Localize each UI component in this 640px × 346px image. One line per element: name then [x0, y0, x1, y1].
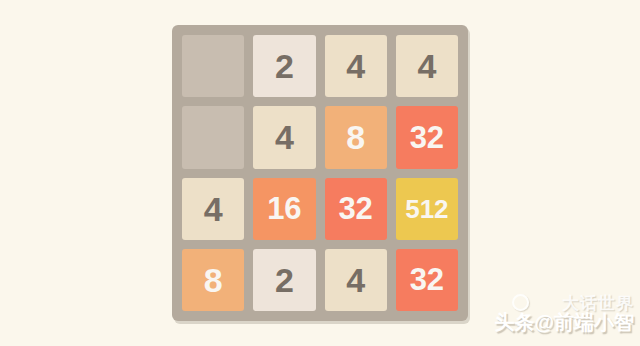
2048-board[interactable]: 24448324163251282432 — [172, 25, 468, 321]
tile-4: 4 — [253, 106, 315, 168]
tile-512: 512 — [396, 178, 458, 240]
empty-cell — [182, 35, 244, 97]
tile-32: 32 — [396, 249, 458, 311]
tile-4: 4 — [325, 35, 387, 97]
tile-4: 4 — [325, 249, 387, 311]
watermark-faint-text: 大话世界 — [562, 292, 634, 315]
watermark-logo-icon — [512, 294, 529, 311]
empty-cell — [182, 106, 244, 168]
game-screen: 24448324163251282432 大话世界 头条@前端小智 — [0, 0, 640, 346]
watermark: 大话世界 头条@前端小智 — [486, 292, 636, 338]
tile-4: 4 — [182, 178, 244, 240]
tile-32: 32 — [396, 106, 458, 168]
board-grid: 24448324163251282432 — [182, 35, 458, 311]
tile-8: 8 — [182, 249, 244, 311]
tile-2: 2 — [253, 249, 315, 311]
tile-2: 2 — [253, 35, 315, 97]
watermark-main-text: 头条@前端小智 — [494, 309, 634, 336]
tile-32: 32 — [325, 178, 387, 240]
tile-4: 4 — [396, 35, 458, 97]
tile-8: 8 — [325, 106, 387, 168]
tile-16: 16 — [253, 178, 315, 240]
